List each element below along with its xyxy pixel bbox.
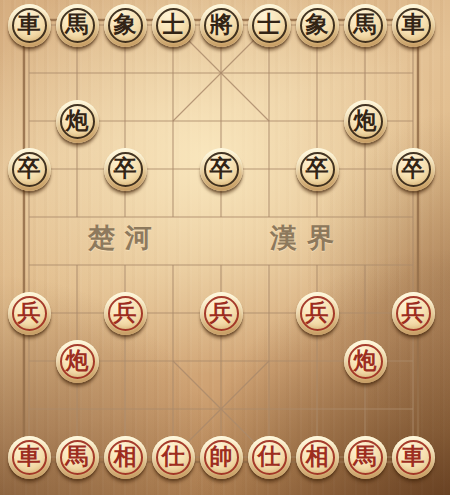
piece-red-elephant[interactable]: 相 [104, 436, 147, 479]
black-advisor-glyph: 士 [258, 13, 281, 36]
black-soldier-glyph: 卒 [114, 157, 137, 180]
red-horse-glyph: 馬 [354, 445, 377, 468]
red-chariot-glyph: 車 [18, 445, 41, 468]
black-elephant-glyph: 象 [114, 13, 137, 36]
piece-red-chariot[interactable]: 車 [8, 436, 51, 479]
board-cell: 馬 [341, 433, 389, 481]
board-cell: 仕 [149, 433, 197, 481]
red-chariot-glyph: 車 [402, 445, 425, 468]
red-elephant-glyph: 相 [306, 445, 329, 468]
piece-black-soldier[interactable]: 卒 [104, 148, 147, 191]
board-cell: 兵 [101, 289, 149, 337]
piece-red-horse[interactable]: 馬 [344, 436, 387, 479]
piece-red-advisor[interactable]: 仕 [152, 436, 195, 479]
board-cell: 將 [197, 1, 245, 49]
red-cannon-glyph: 炮 [66, 349, 89, 372]
board-cell: 兵 [5, 289, 53, 337]
piece-red-cannon[interactable]: 炮 [56, 340, 99, 383]
red-soldier-glyph: 兵 [18, 301, 41, 324]
red-soldier-glyph: 兵 [306, 301, 329, 324]
piece-red-elephant[interactable]: 相 [296, 436, 339, 479]
piece-black-soldier[interactable]: 卒 [392, 148, 435, 191]
red-advisor-glyph: 仕 [258, 445, 281, 468]
piece-black-chariot[interactable]: 車 [392, 4, 435, 47]
piece-black-soldier[interactable]: 卒 [200, 148, 243, 191]
board-cell: 炮 [53, 337, 101, 385]
board-cell: 卒 [5, 145, 53, 193]
piece-black-chariot[interactable]: 車 [8, 4, 51, 47]
black-horse-glyph: 馬 [354, 13, 377, 36]
black-soldier-glyph: 卒 [210, 157, 233, 180]
black-elephant-glyph: 象 [306, 13, 329, 36]
piece-black-cannon[interactable]: 炮 [344, 100, 387, 143]
piece-black-cannon[interactable]: 炮 [56, 100, 99, 143]
piece-black-horse[interactable]: 馬 [344, 4, 387, 47]
piece-red-soldier[interactable]: 兵 [8, 292, 51, 335]
red-general-glyph: 帥 [210, 445, 233, 468]
board-cell: 士 [149, 1, 197, 49]
piece-red-soldier[interactable]: 兵 [296, 292, 339, 335]
board-cell: 相 [293, 433, 341, 481]
piece-grid: 車馬象士將士象馬車炮炮卒卒卒卒卒兵兵兵兵兵炮炮車馬相仕帥仕相馬車 [5, 1, 437, 481]
board-cell: 馬 [341, 1, 389, 49]
black-cannon-glyph: 炮 [354, 109, 377, 132]
piece-red-horse[interactable]: 馬 [56, 436, 99, 479]
piece-red-soldier[interactable]: 兵 [200, 292, 243, 335]
xiangqi-board[interactable]: 楚河 漢界 車馬象士將士象馬車炮炮卒卒卒卒卒兵兵兵兵兵炮炮車馬相仕帥仕相馬車 [0, 0, 450, 495]
black-chariot-glyph: 車 [18, 13, 41, 36]
board-cell: 相 [101, 433, 149, 481]
black-chariot-glyph: 車 [402, 13, 425, 36]
piece-red-soldier[interactable]: 兵 [392, 292, 435, 335]
board-cell: 卒 [293, 145, 341, 193]
black-horse-glyph: 馬 [66, 13, 89, 36]
board-cell: 馬 [53, 433, 101, 481]
board-cell: 仕 [245, 433, 293, 481]
piece-red-general[interactable]: 帥 [200, 436, 243, 479]
piece-red-cannon[interactable]: 炮 [344, 340, 387, 383]
board-cell: 象 [293, 1, 341, 49]
black-soldier-glyph: 卒 [18, 157, 41, 180]
piece-red-chariot[interactable]: 車 [392, 436, 435, 479]
board-cell: 馬 [53, 1, 101, 49]
black-soldier-glyph: 卒 [306, 157, 329, 180]
black-cannon-glyph: 炮 [66, 109, 89, 132]
board-cell: 卒 [101, 145, 149, 193]
board-cell: 車 [5, 433, 53, 481]
red-elephant-glyph: 相 [114, 445, 137, 468]
board-cell: 車 [389, 1, 437, 49]
red-horse-glyph: 馬 [66, 445, 89, 468]
piece-black-advisor[interactable]: 士 [248, 4, 291, 47]
board-cell: 車 [389, 433, 437, 481]
board-cell: 象 [101, 1, 149, 49]
red-advisor-glyph: 仕 [162, 445, 185, 468]
piece-black-horse[interactable]: 馬 [56, 4, 99, 47]
black-advisor-glyph: 士 [162, 13, 185, 36]
board-cell: 兵 [389, 289, 437, 337]
board-cell: 炮 [341, 337, 389, 385]
board-cell: 兵 [197, 289, 245, 337]
piece-red-advisor[interactable]: 仕 [248, 436, 291, 479]
piece-black-elephant[interactable]: 象 [104, 4, 147, 47]
piece-black-general[interactable]: 將 [200, 4, 243, 47]
piece-black-soldier[interactable]: 卒 [296, 148, 339, 191]
piece-black-soldier[interactable]: 卒 [8, 148, 51, 191]
board-cell: 兵 [293, 289, 341, 337]
board-cell: 卒 [389, 145, 437, 193]
piece-black-elephant[interactable]: 象 [296, 4, 339, 47]
piece-red-soldier[interactable]: 兵 [104, 292, 147, 335]
red-soldier-glyph: 兵 [114, 301, 137, 324]
red-soldier-glyph: 兵 [402, 301, 425, 324]
board-cell: 士 [245, 1, 293, 49]
black-soldier-glyph: 卒 [402, 157, 425, 180]
board-cell: 帥 [197, 433, 245, 481]
red-cannon-glyph: 炮 [354, 349, 377, 372]
board-cell: 炮 [53, 97, 101, 145]
board-cell: 炮 [341, 97, 389, 145]
piece-black-advisor[interactable]: 士 [152, 4, 195, 47]
black-general-glyph: 將 [210, 13, 233, 36]
red-soldier-glyph: 兵 [210, 301, 233, 324]
board-cell: 車 [5, 1, 53, 49]
board-cell: 卒 [197, 145, 245, 193]
